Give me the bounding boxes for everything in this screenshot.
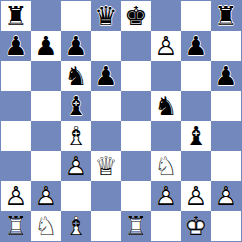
square-g4[interactable]: ♝	[181, 121, 211, 151]
white-pawn: ♟♙	[151, 31, 181, 61]
square-b1[interactable]: ♞♘	[31, 211, 61, 241]
black-rook-glyph: ♜	[1, 1, 31, 31]
square-e4[interactable]	[121, 121, 151, 151]
black-knight-glyph: ♞	[61, 61, 91, 91]
square-d5[interactable]	[91, 91, 121, 121]
square-e3[interactable]	[121, 151, 151, 181]
black-pawn: ♟	[211, 61, 241, 91]
square-g8[interactable]	[181, 1, 211, 31]
black-pawn-glyph: ♟	[1, 31, 31, 61]
square-g1[interactable]: ♚♔	[181, 211, 211, 241]
square-f1[interactable]	[151, 211, 181, 241]
white-rook-outline: ♖	[121, 211, 151, 241]
square-a8[interactable]: ♜	[1, 1, 31, 31]
square-a1[interactable]: ♜♖	[1, 211, 31, 241]
square-c7[interactable]: ♟	[61, 31, 91, 61]
black-knight-glyph: ♞	[151, 91, 181, 121]
square-b6[interactable]	[31, 61, 61, 91]
black-pawn: ♟	[91, 61, 121, 91]
square-h8[interactable]: ♜	[211, 1, 241, 31]
black-knight: ♞	[151, 91, 181, 121]
black-bishop-glyph: ♝	[61, 91, 91, 121]
square-h4[interactable]	[211, 121, 241, 151]
white-pawn: ♟♙	[211, 181, 241, 211]
black-bishop: ♝	[61, 91, 91, 121]
square-e7[interactable]	[121, 31, 151, 61]
white-bishop-outline: ♗	[61, 121, 91, 151]
black-pawn: ♟	[181, 31, 211, 61]
square-c1[interactable]: ♝♗	[61, 211, 91, 241]
white-bishop: ♝♗	[61, 211, 91, 241]
square-d8[interactable]: ♛	[91, 1, 121, 31]
black-rook: ♜	[1, 1, 31, 31]
square-g6[interactable]	[181, 61, 211, 91]
white-pawn: ♟♙	[1, 181, 31, 211]
black-pawn-glyph: ♟	[61, 31, 91, 61]
square-f5[interactable]: ♞	[151, 91, 181, 121]
white-rook: ♜♖	[1, 211, 31, 241]
square-h6[interactable]: ♟	[211, 61, 241, 91]
white-knight: ♞♘	[151, 151, 181, 181]
white-knight-outline: ♘	[151, 151, 181, 181]
white-pawn: ♟♙	[181, 181, 211, 211]
square-a7[interactable]: ♟	[1, 31, 31, 61]
white-king-outline: ♔	[181, 211, 211, 241]
square-b5[interactable]	[31, 91, 61, 121]
square-f4[interactable]	[151, 121, 181, 151]
square-b2[interactable]: ♟♙	[31, 181, 61, 211]
square-h7[interactable]	[211, 31, 241, 61]
square-f8[interactable]	[151, 1, 181, 31]
white-pawn-outline: ♙	[211, 181, 241, 211]
square-d4[interactable]	[91, 121, 121, 151]
square-c4[interactable]: ♝♗	[61, 121, 91, 151]
square-f7[interactable]: ♟♙	[151, 31, 181, 61]
square-b7[interactable]: ♟	[31, 31, 61, 61]
black-pawn: ♟	[61, 31, 91, 61]
square-e2[interactable]	[121, 181, 151, 211]
white-pawn-outline: ♙	[1, 181, 31, 211]
square-h3[interactable]	[211, 151, 241, 181]
white-knight-outline: ♘	[31, 211, 61, 241]
white-bishop-outline: ♗	[61, 211, 91, 241]
white-queen-outline: ♕	[91, 151, 121, 181]
square-b8[interactable]	[31, 1, 61, 31]
black-rook: ♜	[211, 1, 241, 31]
white-pawn-outline: ♙	[31, 181, 61, 211]
white-pawn: ♟♙	[31, 181, 61, 211]
white-pawn-outline: ♙	[151, 181, 181, 211]
white-queen: ♛♕	[91, 151, 121, 181]
square-c8[interactable]	[61, 1, 91, 31]
square-b3[interactable]	[31, 151, 61, 181]
black-queen: ♛	[91, 1, 121, 31]
square-g7[interactable]: ♟	[181, 31, 211, 61]
square-d7[interactable]	[91, 31, 121, 61]
white-pawn-outline: ♙	[181, 181, 211, 211]
black-pawn-glyph: ♟	[91, 61, 121, 91]
square-h5[interactable]	[211, 91, 241, 121]
black-king: ♚	[121, 1, 151, 31]
square-a6[interactable]	[1, 61, 31, 91]
square-f3[interactable]: ♞♘	[151, 151, 181, 181]
black-bishop-glyph: ♝	[181, 121, 211, 151]
white-pawn: ♟♙	[61, 151, 91, 181]
square-b4[interactable]	[31, 121, 61, 151]
black-pawn-glyph: ♟	[31, 31, 61, 61]
square-h2[interactable]: ♟♙	[211, 181, 241, 211]
white-bishop: ♝♗	[61, 121, 91, 151]
black-king-glyph: ♚	[121, 1, 151, 31]
square-a2[interactable]: ♟♙	[1, 181, 31, 211]
black-bishop: ♝	[181, 121, 211, 151]
black-pawn: ♟	[31, 31, 61, 61]
square-d2[interactable]	[91, 181, 121, 211]
black-pawn-glyph: ♟	[211, 61, 241, 91]
square-d3[interactable]: ♛♕	[91, 151, 121, 181]
square-g2[interactable]: ♟♙	[181, 181, 211, 211]
square-c3[interactable]: ♟♙	[61, 151, 91, 181]
white-rook-outline: ♖	[1, 211, 31, 241]
square-e1[interactable]: ♜♖	[121, 211, 151, 241]
black-knight: ♞	[61, 61, 91, 91]
square-c6[interactable]: ♞	[61, 61, 91, 91]
white-rook: ♜♖	[121, 211, 151, 241]
square-a5[interactable]	[1, 91, 31, 121]
square-d1[interactable]	[91, 211, 121, 241]
white-pawn: ♟♙	[151, 181, 181, 211]
square-h1[interactable]	[211, 211, 241, 241]
black-queen-glyph: ♛	[91, 1, 121, 31]
square-a4[interactable]	[1, 121, 31, 151]
square-c5[interactable]: ♝	[61, 91, 91, 121]
square-f6[interactable]	[151, 61, 181, 91]
square-g5[interactable]	[181, 91, 211, 121]
white-pawn-outline: ♙	[151, 31, 181, 61]
chess-board: ♜♛♚♜♟♟♟♟♙♟♞♟♟♝♞♝♗♝♟♙♛♕♞♘♟♙♟♙♟♙♟♙♟♙♜♖♞♘♝♗…	[0, 0, 242, 242]
white-king: ♚♔	[181, 211, 211, 241]
white-knight: ♞♘	[31, 211, 61, 241]
black-pawn-glyph: ♟	[181, 31, 211, 61]
square-a3[interactable]	[1, 151, 31, 181]
square-e8[interactable]: ♚	[121, 1, 151, 31]
black-pawn: ♟	[1, 31, 31, 61]
square-c2[interactable]	[61, 181, 91, 211]
square-e5[interactable]	[121, 91, 151, 121]
square-e6[interactable]	[121, 61, 151, 91]
black-rook-glyph: ♜	[211, 1, 241, 31]
white-pawn-outline: ♙	[61, 151, 91, 181]
square-d6[interactable]: ♟	[91, 61, 121, 91]
square-g3[interactable]	[181, 151, 211, 181]
square-f2[interactable]: ♟♙	[151, 181, 181, 211]
